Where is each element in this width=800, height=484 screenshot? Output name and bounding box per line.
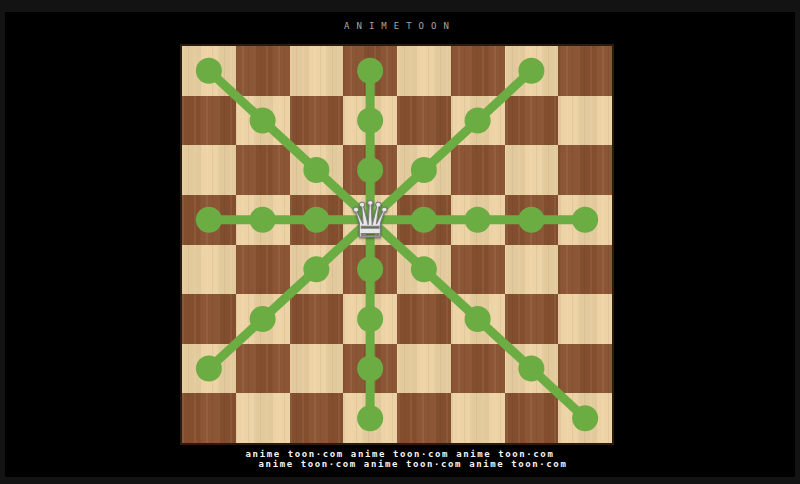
move-dot-e4[interactable] bbox=[411, 256, 437, 282]
move-dot-d3[interactable] bbox=[357, 306, 383, 332]
move-dot-c6[interactable] bbox=[303, 157, 329, 183]
move-dot-b7[interactable] bbox=[250, 107, 276, 133]
site-title: ANIMETOON bbox=[0, 21, 800, 31]
move-dot-g8[interactable] bbox=[518, 58, 544, 84]
move-dot-a8[interactable] bbox=[196, 58, 222, 84]
chess-board: ♛ bbox=[182, 46, 612, 443]
move-dot-g2[interactable] bbox=[518, 356, 544, 382]
white-queen-piece[interactable]: ♛ bbox=[343, 195, 397, 245]
move-dot-d6[interactable] bbox=[357, 157, 383, 183]
move-dot-d2[interactable] bbox=[357, 356, 383, 382]
move-overlay bbox=[182, 46, 612, 443]
move-dot-c5[interactable] bbox=[303, 207, 329, 233]
move-dot-d7[interactable] bbox=[357, 107, 383, 133]
watermark-line-2: anime toon·com anime toon·com anime toon… bbox=[13, 459, 800, 469]
move-dot-b3[interactable] bbox=[250, 306, 276, 332]
move-dot-e5[interactable] bbox=[411, 207, 437, 233]
page-background: ANIMETOON ♛ anime toon·com anime toon·co… bbox=[0, 0, 800, 484]
move-dot-c4[interactable] bbox=[303, 256, 329, 282]
move-dot-e6[interactable] bbox=[411, 157, 437, 183]
move-dot-f3[interactable] bbox=[465, 306, 491, 332]
move-dot-g5[interactable] bbox=[518, 207, 544, 233]
move-dot-d1[interactable] bbox=[357, 405, 383, 431]
move-dot-f5[interactable] bbox=[465, 207, 491, 233]
move-dot-h5[interactable] bbox=[572, 207, 598, 233]
watermark-line-1: anime toon·com anime toon·com anime toon… bbox=[0, 449, 800, 459]
move-dot-f7[interactable] bbox=[465, 107, 491, 133]
move-dot-a5[interactable] bbox=[196, 207, 222, 233]
move-dot-a2[interactable] bbox=[196, 356, 222, 382]
move-dot-d8[interactable] bbox=[357, 58, 383, 84]
move-dot-b5[interactable] bbox=[250, 207, 276, 233]
move-dot-d4[interactable] bbox=[357, 256, 383, 282]
move-dot-h1[interactable] bbox=[572, 405, 598, 431]
